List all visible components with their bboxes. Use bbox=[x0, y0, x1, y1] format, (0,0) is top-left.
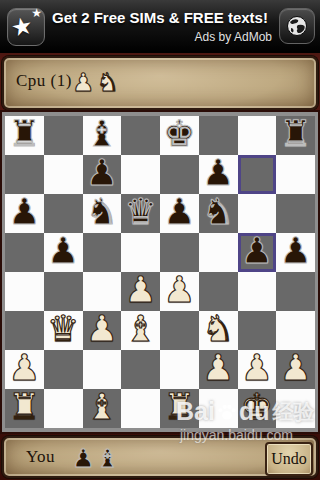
captured-white-knight: ♞ bbox=[96, 69, 118, 97]
square-b6[interactable] bbox=[44, 194, 83, 233]
square-g2[interactable]: ♟ bbox=[238, 350, 277, 389]
piece-white-pawn: ♟ bbox=[124, 272, 156, 308]
square-h8[interactable]: ♜ bbox=[276, 116, 315, 155]
square-a2[interactable]: ♟ bbox=[5, 350, 44, 389]
captured-black-bishop: ♝ bbox=[96, 445, 118, 473]
star-icon: ★ bbox=[31, 7, 42, 19]
piece-black-pawn: ♟ bbox=[86, 155, 118, 191]
square-a8[interactable]: ♜ bbox=[5, 116, 44, 155]
square-b4[interactable] bbox=[44, 272, 83, 311]
piece-white-pawn: ♟ bbox=[202, 350, 234, 386]
square-d1[interactable] bbox=[121, 389, 160, 428]
square-a3[interactable] bbox=[5, 311, 44, 350]
square-d3[interactable]: ♝ bbox=[121, 311, 160, 350]
square-g3[interactable] bbox=[238, 311, 277, 350]
ad-banner[interactable]: ★ ★ Get 2 Free SIMs & FREE texts! Ads by… bbox=[0, 0, 320, 53]
square-g1[interactable]: ♚ bbox=[238, 389, 277, 428]
piece-white-knight: ♞ bbox=[202, 311, 234, 347]
piece-black-pawn: ♟ bbox=[202, 155, 234, 191]
piece-white-rook: ♜ bbox=[163, 389, 195, 425]
piece-white-bishop: ♝ bbox=[124, 311, 156, 347]
square-a7[interactable] bbox=[5, 155, 44, 194]
square-g5[interactable]: ♟ bbox=[238, 233, 277, 272]
screen: ★ ★ Get 2 Free SIMs & FREE texts! Ads by… bbox=[0, 0, 320, 480]
globe-icon bbox=[285, 14, 309, 38]
square-f5[interactable] bbox=[199, 233, 238, 272]
square-f4[interactable] bbox=[199, 272, 238, 311]
piece-white-king: ♚ bbox=[241, 389, 273, 425]
square-b5[interactable]: ♟ bbox=[44, 233, 83, 272]
square-c1[interactable]: ♝ bbox=[83, 389, 122, 428]
square-h5[interactable]: ♟ bbox=[276, 233, 315, 272]
square-h1[interactable] bbox=[276, 389, 315, 428]
square-d8[interactable] bbox=[121, 116, 160, 155]
square-e8[interactable]: ♚ bbox=[160, 116, 199, 155]
square-c5[interactable] bbox=[83, 233, 122, 272]
square-e5[interactable] bbox=[160, 233, 199, 272]
piece-black-queen: ♛ bbox=[124, 194, 156, 230]
square-f2[interactable]: ♟ bbox=[199, 350, 238, 389]
square-c4[interactable] bbox=[83, 272, 122, 311]
square-b3[interactable]: ♛ bbox=[44, 311, 83, 350]
square-a6[interactable]: ♟ bbox=[5, 194, 44, 233]
square-d5[interactable] bbox=[121, 233, 160, 272]
piece-black-rook: ♜ bbox=[8, 116, 40, 152]
square-c6[interactable]: ♞ bbox=[83, 194, 122, 233]
square-a4[interactable] bbox=[5, 272, 44, 311]
stars-app-icon: ★ ★ bbox=[7, 8, 45, 46]
square-c8[interactable]: ♝ bbox=[83, 116, 122, 155]
piece-black-pawn: ♟ bbox=[8, 194, 40, 230]
player-bar: You ♟♝ Undo bbox=[2, 436, 318, 478]
square-c7[interactable]: ♟ bbox=[83, 155, 122, 194]
piece-black-knight: ♞ bbox=[86, 194, 118, 230]
undo-label: Undo bbox=[271, 450, 307, 468]
square-b1[interactable] bbox=[44, 389, 83, 428]
piece-white-rook: ♜ bbox=[8, 389, 40, 425]
square-h3[interactable] bbox=[276, 311, 315, 350]
square-a1[interactable]: ♜ bbox=[5, 389, 44, 428]
square-f3[interactable]: ♞ bbox=[199, 311, 238, 350]
opponent-captured-tray: ♟♞ bbox=[72, 69, 119, 97]
square-e4[interactable]: ♟ bbox=[160, 272, 199, 311]
square-d4[interactable]: ♟ bbox=[121, 272, 160, 311]
piece-black-pawn: ♟ bbox=[241, 233, 273, 269]
ad-title: Get 2 Free SIMs & FREE texts! bbox=[52, 9, 268, 26]
globe-button[interactable] bbox=[279, 8, 315, 44]
square-e3[interactable] bbox=[160, 311, 199, 350]
square-c2[interactable] bbox=[83, 350, 122, 389]
square-e2[interactable] bbox=[160, 350, 199, 389]
piece-white-pawn: ♟ bbox=[86, 311, 118, 347]
square-e1[interactable]: ♜ bbox=[160, 389, 199, 428]
square-h7[interactable] bbox=[276, 155, 315, 194]
piece-black-knight: ♞ bbox=[202, 194, 234, 230]
captured-white-pawn: ♟ bbox=[72, 69, 94, 97]
captured-black-pawn: ♟ bbox=[72, 445, 94, 473]
square-h6[interactable] bbox=[276, 194, 315, 233]
piece-white-pawn: ♟ bbox=[8, 350, 40, 386]
square-c3[interactable]: ♟ bbox=[83, 311, 122, 350]
undo-button[interactable]: Undo bbox=[265, 442, 313, 476]
square-f7[interactable]: ♟ bbox=[199, 155, 238, 194]
square-f6[interactable]: ♞ bbox=[199, 194, 238, 233]
square-g7[interactable] bbox=[238, 155, 277, 194]
square-g6[interactable] bbox=[238, 194, 277, 233]
piece-black-rook: ♜ bbox=[279, 116, 311, 152]
square-a5[interactable] bbox=[5, 233, 44, 272]
square-e6[interactable]: ♟ bbox=[160, 194, 199, 233]
player-label: You bbox=[26, 447, 55, 467]
ad-attribution: Ads by AdMob bbox=[195, 30, 272, 44]
piece-white-pawn: ♟ bbox=[279, 350, 311, 386]
square-d2[interactable] bbox=[121, 350, 160, 389]
square-h4[interactable] bbox=[276, 272, 315, 311]
board-frame: ♜♝♚♜♟♟♟♞♛♟♞♟♟♟♟♟♛♟♝♞♟♟♟♟♜♝♜♚ bbox=[2, 112, 318, 432]
square-d6[interactable]: ♛ bbox=[121, 194, 160, 233]
piece-white-pawn: ♟ bbox=[163, 272, 195, 308]
player-captured-tray: ♟♝ bbox=[72, 445, 119, 473]
opponent-label: Cpu (1) bbox=[16, 71, 72, 91]
square-b7[interactable] bbox=[44, 155, 83, 194]
piece-black-pawn: ♟ bbox=[163, 194, 195, 230]
piece-white-bishop: ♝ bbox=[86, 389, 118, 425]
piece-white-queen: ♛ bbox=[47, 311, 79, 347]
square-e7[interactable] bbox=[160, 155, 199, 194]
chess-board: ♜♝♚♜♟♟♟♞♛♟♞♟♟♟♟♟♛♟♝♞♟♟♟♟♜♝♜♚ bbox=[5, 116, 315, 428]
piece-black-pawn: ♟ bbox=[47, 233, 79, 269]
square-f1[interactable] bbox=[199, 389, 238, 428]
piece-black-king: ♚ bbox=[163, 116, 195, 152]
square-d7[interactable] bbox=[121, 155, 160, 194]
piece-black-pawn: ♟ bbox=[279, 233, 311, 269]
piece-white-pawn: ♟ bbox=[241, 350, 273, 386]
square-b2[interactable] bbox=[44, 350, 83, 389]
opponent-bar: Cpu (1) ♟♞ bbox=[2, 56, 318, 110]
square-f8[interactable] bbox=[199, 116, 238, 155]
square-b8[interactable] bbox=[44, 116, 83, 155]
square-g8[interactable] bbox=[238, 116, 277, 155]
square-h2[interactable]: ♟ bbox=[276, 350, 315, 389]
square-g4[interactable] bbox=[238, 272, 277, 311]
piece-black-bishop: ♝ bbox=[86, 116, 118, 152]
